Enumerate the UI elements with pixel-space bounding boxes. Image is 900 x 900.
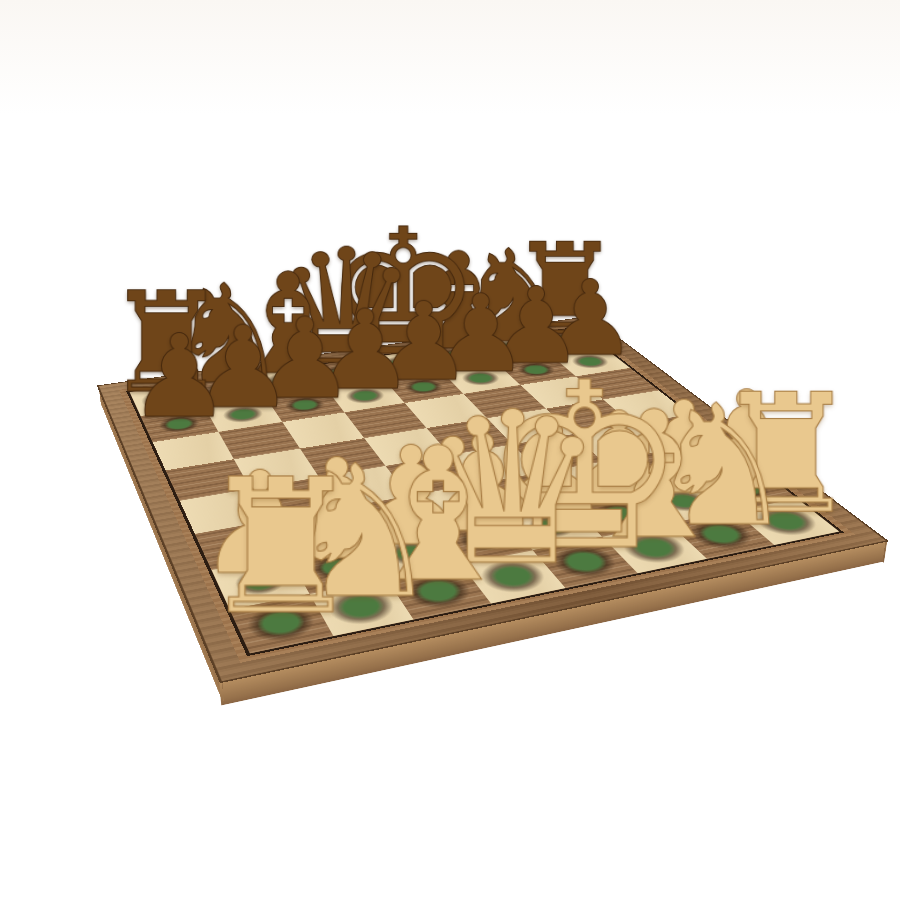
perspective-scene: ♜♞♝♛♚♝♞♜♟♟♟♟♟♟♟♟♟♟♟♟♟♟♟♟♜♞♝♛♚♝♞♜ — [0, 0, 900, 900]
chess-board-frame: ♜♞♝♛♚♝♞♜♟♟♟♟♟♟♟♟♟♟♟♟♟♟♟♟♜♞♝♛♚♝♞♜ — [97, 316, 889, 683]
square-a1[interactable]: ♜ — [230, 594, 333, 653]
chess-board: ♜♞♝♛♚♝♞♜♟♟♟♟♟♟♟♟♟♟♟♟♟♟♟♟♜♞♝♛♚♝♞♜ — [130, 328, 839, 654]
board-inner-margin: ♜♞♝♛♚♝♞♜♟♟♟♟♟♟♟♟♟♟♟♟♟♟♟♟♜♞♝♛♚♝♞♜ — [119, 324, 855, 663]
black-pawn-glyph: ♟ — [88, 320, 270, 435]
white-rook-glyph: ♜ — [163, 454, 398, 639]
photo-stage: ♜♞♝♛♚♝♞♜♟♟♟♟♟♟♟♟♟♟♟♟♟♟♟♟♜♞♝♛♚♝♞♜ — [0, 0, 900, 900]
board-pinstripe-border: ♜♞♝♛♚♝♞♜♟♟♟♟♟♟♟♟♟♟♟♟♟♟♟♟♜♞♝♛♚♝♞♜ — [126, 326, 843, 656]
